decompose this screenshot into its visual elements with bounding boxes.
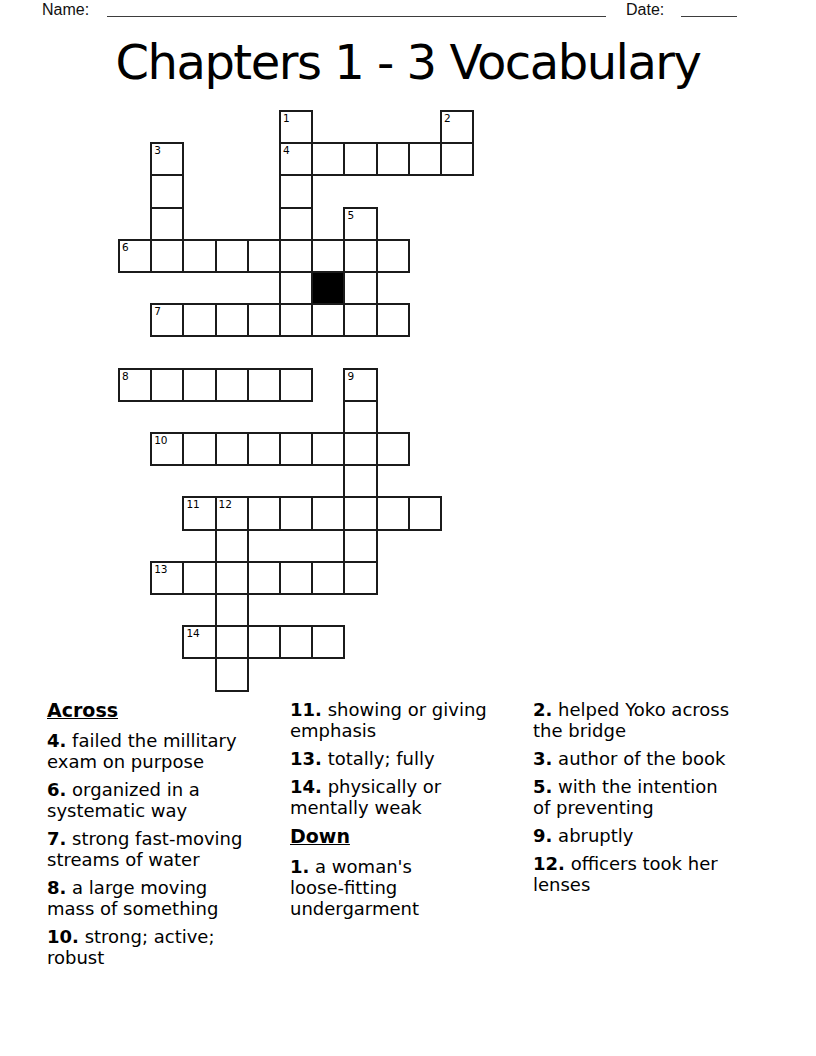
page-title: Chapters 1 - 3 Vocabulary — [0, 32, 816, 92]
grid-cell[interactable] — [247, 561, 281, 595]
grid-cell[interactable] — [182, 303, 216, 337]
clue-number: 2. — [533, 699, 552, 720]
grid-cell[interactable] — [215, 561, 249, 595]
grid-cell[interactable] — [343, 239, 377, 273]
across-heading: Across — [47, 699, 275, 721]
grid-cell[interactable] — [150, 174, 184, 208]
clue-text: a woman's loose-fitting undergarment — [290, 856, 419, 919]
clue-across-4: 4. failed the millitary exam on purpose — [47, 730, 275, 772]
grid-cell[interactable] — [279, 271, 313, 305]
clue-text: organized in a systematic way — [47, 779, 200, 821]
grid-cell[interactable]: 11 — [182, 496, 216, 530]
grid-cell[interactable] — [150, 368, 184, 402]
grid-cell[interactable] — [279, 368, 313, 402]
grid-cell[interactable] — [247, 303, 281, 337]
date-label: Date: — [626, 1, 664, 18]
grid-cell[interactable] — [215, 368, 249, 402]
grid-cell[interactable] — [311, 625, 345, 659]
cell-number: 11 — [186, 498, 199, 510]
grid-cell[interactable] — [279, 496, 313, 530]
grid-cell[interactable] — [343, 142, 377, 176]
grid-cell[interactable]: 12 — [215, 496, 249, 530]
clue-across-7: 7. strong fast-moving streams of water — [47, 828, 275, 870]
grid-cell[interactable]: 9 — [343, 368, 377, 402]
clue-number: 10. — [47, 926, 79, 947]
grid-cell[interactable] — [247, 625, 281, 659]
grid-cell[interactable] — [343, 400, 377, 434]
grid-cell[interactable] — [150, 207, 184, 241]
grid-cell[interactable]: 5 — [343, 207, 377, 241]
clue-across-11: 11. showing or giving emphasis — [290, 699, 518, 741]
cell-number: 13 — [154, 563, 167, 575]
clue-number: 1. — [290, 856, 309, 877]
clue-down-3: 3. author of the book — [533, 748, 761, 769]
clue-down-2: 2. helped Yoko across the bridge — [533, 699, 761, 741]
blocked-cell — [311, 271, 345, 305]
grid-cell[interactable] — [311, 303, 345, 337]
grid-cell[interactable] — [215, 432, 249, 466]
grid-cell[interactable] — [247, 432, 281, 466]
clue-number: 8. — [47, 877, 66, 898]
grid-cell[interactable]: 6 — [118, 239, 152, 273]
grid-cell[interactable] — [247, 368, 281, 402]
grid-cell[interactable] — [182, 239, 216, 273]
grid-cell[interactable]: 8 — [118, 368, 152, 402]
grid-cell[interactable] — [343, 432, 377, 466]
grid-cell[interactable] — [279, 239, 313, 273]
name-blank-line — [107, 1, 606, 17]
grid-cell[interactable] — [279, 625, 313, 659]
grid-cell[interactable] — [182, 432, 216, 466]
clue-number: 7. — [47, 828, 66, 849]
grid-cell[interactable] — [215, 593, 249, 627]
grid-cell[interactable]: 14 — [182, 625, 216, 659]
grid-cell[interactable] — [311, 142, 345, 176]
clue-text: failed the millitary exam on purpose — [47, 730, 237, 772]
grid-cell[interactable] — [182, 561, 216, 595]
grid-cell[interactable] — [343, 561, 377, 595]
grid-cell[interactable] — [215, 239, 249, 273]
grid-cell[interactable] — [440, 142, 474, 176]
grid-cell[interactable] — [343, 464, 377, 498]
clue-text: author of the book — [558, 748, 725, 769]
cell-number: 9 — [347, 370, 354, 382]
grid-cell[interactable]: 7 — [150, 303, 184, 337]
grid-cell[interactable]: 13 — [150, 561, 184, 595]
clue-across-6: 6. organized in a systematic way — [47, 779, 275, 821]
grid-cell[interactable] — [376, 142, 410, 176]
grid-cell[interactable] — [311, 239, 345, 273]
clue-number: 6. — [47, 779, 66, 800]
grid-cell[interactable]: 10 — [150, 432, 184, 466]
grid-cell[interactable] — [215, 303, 249, 337]
grid-cell[interactable]: 3 — [150, 142, 184, 176]
grid-cell[interactable] — [279, 174, 313, 208]
clue-text: helped Yoko across the bridge — [533, 699, 729, 741]
grid-cell[interactable] — [247, 239, 281, 273]
clue-number: 13. — [290, 748, 322, 769]
cell-number: 2 — [444, 112, 451, 124]
clue-column-down: 2. helped Yoko across the bridge 3. auth… — [533, 699, 761, 902]
clue-text: with the intention of preventing — [533, 776, 718, 818]
clue-across-10: 10. strong; active; robust — [47, 926, 275, 968]
clue-down-9: 9. abruptly — [533, 825, 761, 846]
clue-text: totally; fully — [328, 748, 435, 769]
cell-number: 14 — [186, 627, 199, 639]
grid-cell[interactable] — [215, 529, 249, 563]
clue-number: 3. — [533, 748, 552, 769]
clue-column-across: Across 4. failed the millitary exam on p… — [47, 699, 275, 975]
grid-cell[interactable] — [343, 303, 377, 337]
grid-cell[interactable] — [279, 303, 313, 337]
grid-cell[interactable] — [343, 496, 377, 530]
grid-cell[interactable] — [343, 271, 377, 305]
clue-column-middle: 11. showing or giving emphasis 13. total… — [290, 699, 518, 926]
grid-cell[interactable]: 2 — [440, 110, 474, 144]
clue-across-8: 8. a large moving mass of something — [47, 877, 275, 919]
grid-cell[interactable]: 4 — [279, 142, 313, 176]
down-heading: Down — [290, 825, 518, 847]
clue-across-13: 13. totally; fully — [290, 748, 518, 769]
grid-cell[interactable] — [376, 496, 410, 530]
cell-number: 7 — [154, 305, 161, 317]
crossword-grid: 1234567891011121314 — [118, 110, 478, 695]
clue-number: 9. — [533, 825, 552, 846]
grid-cell[interactable] — [279, 561, 313, 595]
grid-cell[interactable] — [279, 432, 313, 466]
clue-number: 11. — [290, 699, 322, 720]
grid-cell[interactable] — [408, 142, 442, 176]
grid-cell[interactable] — [343, 529, 377, 563]
name-label: Name: — [42, 1, 89, 18]
grid-cell[interactable] — [311, 496, 345, 530]
cell-number: 1 — [283, 112, 290, 124]
grid-cell[interactable] — [376, 303, 410, 337]
grid-cell[interactable] — [247, 496, 281, 530]
clue-number: 5. — [533, 776, 552, 797]
clue-down-12: 12. officers took her lenses — [533, 853, 761, 895]
grid-cell[interactable]: 1 — [279, 110, 313, 144]
grid-cell[interactable] — [311, 432, 345, 466]
grid-cell[interactable] — [376, 432, 410, 466]
grid-cell[interactable] — [311, 561, 345, 595]
grid-cell[interactable] — [182, 368, 216, 402]
cell-number: 8 — [122, 370, 129, 382]
grid-cell[interactable] — [150, 239, 184, 273]
cell-number: 4 — [283, 144, 290, 156]
clue-across-14: 14. physically or mentally weak — [290, 776, 518, 818]
grid-cell[interactable] — [215, 625, 249, 659]
clue-number: 4. — [47, 730, 66, 751]
grid-cell[interactable] — [279, 207, 313, 241]
grid-cell[interactable] — [215, 657, 249, 691]
grid-cell[interactable] — [376, 239, 410, 273]
cell-number: 5 — [347, 209, 354, 221]
clue-text: strong fast-moving streams of water — [47, 828, 242, 870]
clue-number: 14. — [290, 776, 322, 797]
date-blank-line — [681, 1, 737, 17]
grid-cell[interactable] — [408, 496, 442, 530]
cell-number: 12 — [219, 498, 232, 510]
clue-text: a large moving mass of something — [47, 877, 218, 919]
cell-number: 10 — [154, 434, 167, 446]
clue-text: abruptly — [558, 825, 633, 846]
clue-down-5: 5. with the intention of preventing — [533, 776, 761, 818]
cell-number: 3 — [154, 144, 161, 156]
clue-number: 12. — [533, 853, 565, 874]
worksheet-page: { "header": { "name_label": "Name:", "da… — [0, 0, 816, 1056]
cell-number: 6 — [122, 241, 129, 253]
clue-down-1: 1. a woman's loose-fitting undergarment — [290, 856, 518, 919]
